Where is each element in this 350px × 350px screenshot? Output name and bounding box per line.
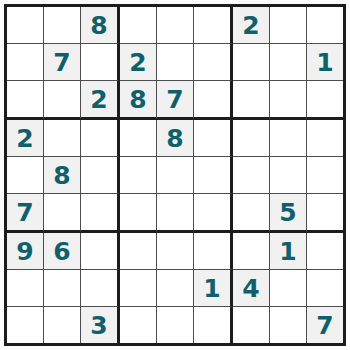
cell-r1c3: 8 [81,7,120,44]
cell-r2c6[interactable] [194,44,233,81]
cell-r4c2[interactable] [44,120,81,157]
cell-r9c1[interactable] [7,307,44,343]
cell-r1c6[interactable] [194,7,233,44]
cell-r5c1[interactable] [7,157,44,194]
cell-r1c4[interactable] [120,7,157,44]
cell-r8c5[interactable] [157,270,194,307]
cell-r4c4[interactable] [120,120,157,157]
cell-r3c8[interactable] [270,81,307,120]
cell-r7c2: 6 [44,233,81,270]
cell-r6c6[interactable] [194,194,233,233]
cell-r3c5: 7 [157,81,194,120]
cell-r7c1: 9 [7,233,44,270]
cell-r4c7[interactable] [233,120,270,157]
cell-r4c3[interactable] [81,120,120,157]
cell-r6c9[interactable] [307,194,343,233]
cell-r5c8[interactable] [270,157,307,194]
cell-r8c8[interactable] [270,270,307,307]
cell-r3c1[interactable] [7,81,44,120]
cell-r7c3[interactable] [81,233,120,270]
cell-r6c8: 5 [270,194,307,233]
cell-r8c6: 1 [194,270,233,307]
cell-r2c2: 7 [44,44,81,81]
cell-r6c1: 7 [7,194,44,233]
cell-r5c9[interactable] [307,157,343,194]
cell-r4c6[interactable] [194,120,233,157]
cell-r7c5[interactable] [157,233,194,270]
sudoku-board: 82721287288759611437 [4,4,346,346]
cell-r9c3: 3 [81,307,120,343]
cell-r2c7[interactable] [233,44,270,81]
cell-r5c4[interactable] [120,157,157,194]
cell-r9c6[interactable] [194,307,233,343]
cell-r3c2[interactable] [44,81,81,120]
cell-r9c8[interactable] [270,307,307,343]
cell-r9c9: 7 [307,307,343,343]
cell-r9c4[interactable] [120,307,157,343]
cell-r6c7[interactable] [233,194,270,233]
cell-r4c5: 8 [157,120,194,157]
cell-r8c3[interactable] [81,270,120,307]
cell-r5c3[interactable] [81,157,120,194]
cell-r1c8[interactable] [270,7,307,44]
cell-r6c4[interactable] [120,194,157,233]
cell-r3c6[interactable] [194,81,233,120]
cell-r6c5[interactable] [157,194,194,233]
cell-r5c5[interactable] [157,157,194,194]
cell-r3c7[interactable] [233,81,270,120]
cell-r1c7: 2 [233,7,270,44]
cell-r1c9[interactable] [307,7,343,44]
cell-r1c2[interactable] [44,7,81,44]
cell-r6c3[interactable] [81,194,120,233]
cell-r4c1: 2 [7,120,44,157]
cell-r5c7[interactable] [233,157,270,194]
cell-r8c2[interactable] [44,270,81,307]
cell-r3c4: 8 [120,81,157,120]
cell-r8c7: 4 [233,270,270,307]
cell-r2c4: 2 [120,44,157,81]
cell-r2c3[interactable] [81,44,120,81]
cell-r4c8[interactable] [270,120,307,157]
cell-r2c1[interactable] [7,44,44,81]
cell-r1c1[interactable] [7,7,44,44]
cell-r7c4[interactable] [120,233,157,270]
cell-r7c9[interactable] [307,233,343,270]
cell-r3c9[interactable] [307,81,343,120]
cell-r8c1[interactable] [7,270,44,307]
cell-r7c7[interactable] [233,233,270,270]
cell-r5c6[interactable] [194,157,233,194]
cell-r7c6[interactable] [194,233,233,270]
cell-r2c5[interactable] [157,44,194,81]
cell-r4c9[interactable] [307,120,343,157]
cell-r8c9[interactable] [307,270,343,307]
cell-r1c5[interactable] [157,7,194,44]
cell-r9c5[interactable] [157,307,194,343]
cell-r5c2: 8 [44,157,81,194]
cell-r2c9: 1 [307,44,343,81]
cell-r8c4[interactable] [120,270,157,307]
cell-r7c8: 1 [270,233,307,270]
cell-r9c7[interactable] [233,307,270,343]
cell-r2c8[interactable] [270,44,307,81]
cell-r9c2[interactable] [44,307,81,343]
cell-r6c2[interactable] [44,194,81,233]
sudoku-page: 82721287288759611437 [0,0,350,350]
cell-r3c3: 2 [81,81,120,120]
